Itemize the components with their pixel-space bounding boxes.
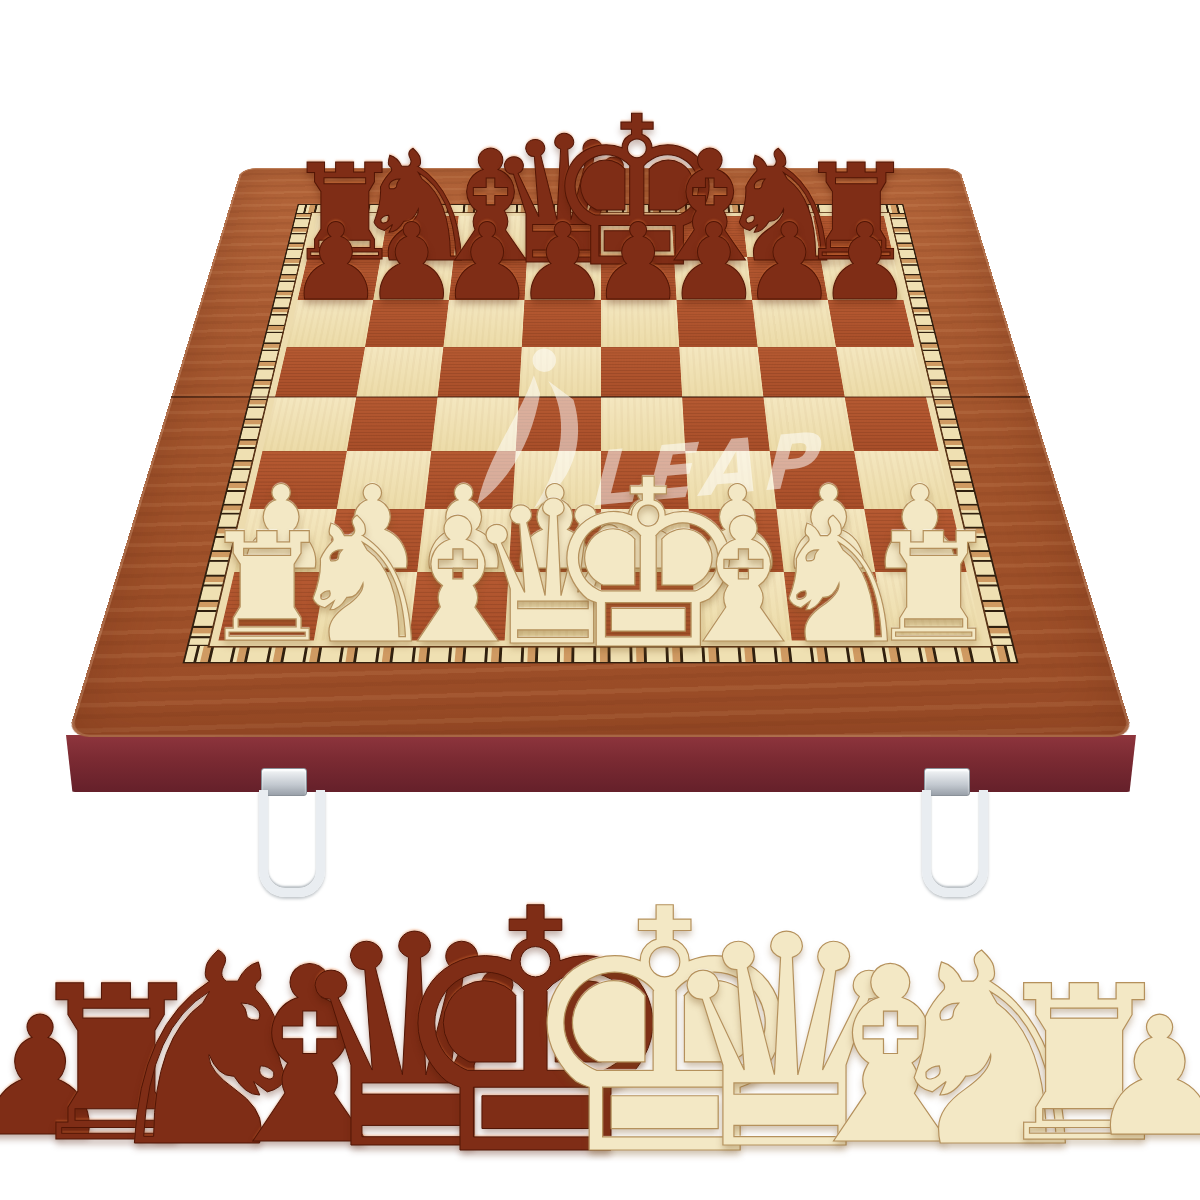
white-rook-h1[interactable]: ♜ xyxy=(866,513,1001,663)
black-pawn-h7[interactable]: ♟ xyxy=(817,209,912,315)
chess-set-photo: LEAP ♜♞♝♛♚♝♞♜♟♟♟♟♟♟♟♟♟♟♟♟♟♟♟♟♜♞♝♛♚♝♞♜ ♟♜… xyxy=(0,0,1200,1200)
piece-lineup: ♟♜♞♝♛♚♚♛♝♞♜♟ xyxy=(0,872,1200,1122)
light-pawn-glyph: ♟ xyxy=(1086,996,1200,1160)
lineup-light-pawn: ♟ xyxy=(1130,1007,1190,1122)
